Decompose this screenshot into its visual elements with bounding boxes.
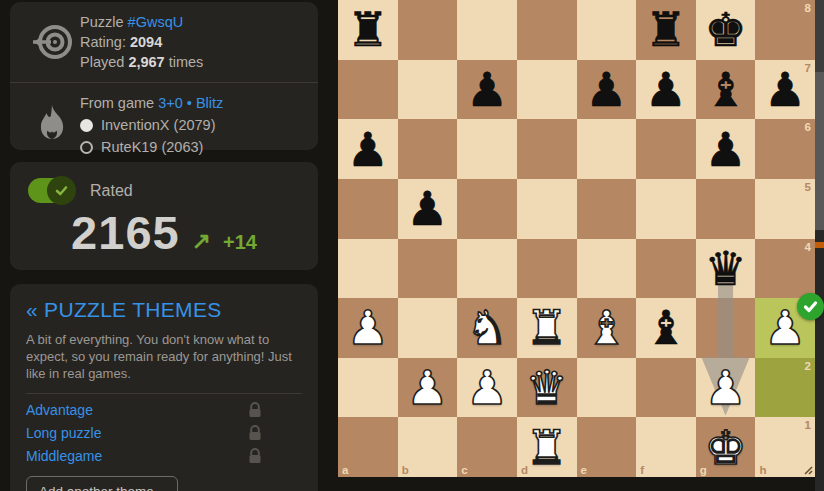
square-g6[interactable]: ♟ bbox=[696, 119, 756, 179]
square-c8[interactable] bbox=[457, 0, 517, 60]
square-c3[interactable]: ♞ bbox=[457, 298, 517, 358]
correct-move-badge bbox=[797, 293, 824, 320]
piece-white-queen[interactable]: ♛ bbox=[517, 358, 577, 418]
puzzle-id-line: Puzzle #GwsqU bbox=[80, 12, 304, 32]
black-player-name: RuteK19 (2063) bbox=[101, 137, 203, 157]
coord-file-h: h bbox=[759, 464, 766, 476]
rating-value: 2094 bbox=[130, 34, 162, 50]
coord-rank-4: 4 bbox=[805, 241, 811, 253]
puzzle-themes-heading[interactable]: « PUZZLE THEMES bbox=[26, 298, 302, 322]
piece-white-pawn[interactable]: ♟ bbox=[696, 358, 756, 418]
square-h5[interactable]: 5 bbox=[755, 179, 815, 239]
rating-label: Rating: bbox=[80, 34, 126, 50]
coord-file-f: f bbox=[640, 464, 644, 476]
target-icon bbox=[24, 21, 80, 63]
square-d6[interactable] bbox=[517, 119, 577, 179]
coord-rank-7: 7 bbox=[805, 62, 811, 74]
piece-white-pawn[interactable]: ♟ bbox=[338, 298, 398, 358]
piece-black-pawn[interactable]: ♟ bbox=[398, 179, 458, 239]
scrollbar-thumb[interactable] bbox=[815, 72, 824, 230]
coord-rank-2: 2 bbox=[805, 360, 811, 372]
puzzle-themes-panel: « PUZZLE THEMES A bit of everything. You… bbox=[10, 284, 318, 491]
square-b7[interactable] bbox=[398, 60, 458, 120]
piece-white-pawn[interactable]: ♟ bbox=[398, 358, 458, 418]
square-d4[interactable] bbox=[517, 239, 577, 299]
square-e4[interactable] bbox=[577, 239, 637, 299]
square-g4[interactable]: ♛ bbox=[696, 239, 756, 299]
square-b3[interactable] bbox=[398, 298, 458, 358]
square-f6[interactable] bbox=[636, 119, 696, 179]
piece-white-rook[interactable]: ♜ bbox=[517, 298, 577, 358]
square-b4[interactable] bbox=[398, 239, 458, 299]
square-a3[interactable]: ♟ bbox=[338, 298, 398, 358]
square-e8[interactable] bbox=[577, 0, 637, 60]
square-a1[interactable]: a bbox=[338, 417, 398, 477]
rated-label: Rated bbox=[90, 182, 133, 200]
coord-file-c: c bbox=[461, 464, 467, 476]
coord-rank-5: 5 bbox=[805, 181, 811, 193]
piece-black-rook[interactable]: ♜ bbox=[636, 0, 696, 60]
square-d3[interactable]: ♜ bbox=[517, 298, 577, 358]
square-b2[interactable]: ♟ bbox=[398, 358, 458, 418]
square-c1[interactable]: c bbox=[457, 417, 517, 477]
scrollbar-track-upper bbox=[815, 0, 824, 72]
played-count: 2,967 bbox=[128, 54, 164, 70]
puzzle-meta-row: Puzzle #GwsqU Rating: 2094 Played 2,967 … bbox=[10, 2, 318, 82]
puzzle-label: Puzzle bbox=[80, 14, 124, 30]
square-b8[interactable] bbox=[398, 0, 458, 60]
square-f2[interactable] bbox=[636, 358, 696, 418]
square-g8[interactable]: ♚ bbox=[696, 0, 756, 60]
square-f7[interactable]: ♟ bbox=[636, 60, 696, 120]
square-c4[interactable] bbox=[457, 239, 517, 299]
square-c5[interactable] bbox=[457, 179, 517, 239]
square-g1[interactable]: g♚ bbox=[696, 417, 756, 477]
white-player-name: InventionX (2079) bbox=[101, 115, 215, 135]
user-puzzle-rating: 2165 bbox=[71, 205, 180, 260]
square-g2[interactable]: ♟ bbox=[696, 358, 756, 418]
piece-black-pawn[interactable]: ♟ bbox=[457, 60, 517, 120]
square-c2[interactable]: ♟ bbox=[457, 358, 517, 418]
lock-icon bbox=[248, 402, 262, 418]
rated-panel: Rated 2165 ↗ +14 bbox=[10, 162, 318, 270]
square-d1[interactable]: d♜ bbox=[517, 417, 577, 477]
coord-rank-1: 1 bbox=[805, 419, 811, 431]
square-f4[interactable] bbox=[636, 239, 696, 299]
square-h8[interactable]: 8 bbox=[755, 0, 815, 60]
square-h6[interactable]: 6 bbox=[755, 119, 815, 179]
from-game-label: From game bbox=[80, 95, 154, 111]
square-d7[interactable] bbox=[517, 60, 577, 120]
page-scrollbar bbox=[815, 0, 824, 491]
scrollbar-marker bbox=[815, 242, 824, 248]
square-e7[interactable]: ♟ bbox=[577, 60, 637, 120]
square-a6[interactable]: ♟ bbox=[338, 119, 398, 179]
player-black-row[interactable]: RuteK19 (2063) bbox=[80, 137, 304, 157]
square-f5[interactable] bbox=[636, 179, 696, 239]
add-theme-label: Add another theme bbox=[39, 484, 154, 491]
square-a5[interactable] bbox=[338, 179, 398, 239]
from-game-link[interactable]: 3+0 • Blitz bbox=[158, 95, 223, 111]
theme-link[interactable]: Middlegame bbox=[26, 448, 102, 464]
piece-white-bishop[interactable]: ♝ bbox=[577, 298, 637, 358]
theme-link[interactable]: Long puzzle bbox=[26, 425, 102, 441]
square-g5[interactable] bbox=[696, 179, 756, 239]
square-f1[interactable]: f bbox=[636, 417, 696, 477]
square-f3[interactable]: ♝ bbox=[636, 298, 696, 358]
theme-row-long-puzzle: Long puzzle bbox=[26, 421, 262, 444]
theme-row-advantage: Advantage bbox=[26, 398, 262, 421]
lock-icon bbox=[248, 425, 262, 441]
square-d5[interactable] bbox=[517, 179, 577, 239]
white-player-dot-icon bbox=[80, 119, 93, 132]
add-theme-select[interactable]: Add another theme ⌄ bbox=[26, 476, 178, 491]
themes-separator bbox=[26, 393, 302, 394]
square-c7[interactable]: ♟ bbox=[457, 60, 517, 120]
coord-file-d: d bbox=[521, 464, 528, 476]
rating-up-icon: ↗ bbox=[192, 228, 211, 255]
piece-black-pawn[interactable]: ♟ bbox=[577, 60, 637, 120]
square-b1[interactable]: b bbox=[398, 417, 458, 477]
rated-toggle[interactable] bbox=[28, 178, 74, 203]
piece-white-knight[interactable]: ♞ bbox=[457, 298, 517, 358]
from-game-row: From game 3+0 • Blitz InventionX (2079) … bbox=[10, 82, 318, 167]
puzzle-played-line: Played 2,967 times bbox=[80, 52, 304, 72]
square-c6[interactable] bbox=[457, 119, 517, 179]
square-h7[interactable]: 7♟ bbox=[755, 60, 815, 120]
piece-black-pawn[interactable]: ♟ bbox=[636, 60, 696, 120]
piece-black-queen[interactable]: ♛ bbox=[696, 239, 756, 299]
played-suffix: times bbox=[169, 54, 204, 70]
puzzle-themes-description: A bit of everything. You don't know what… bbox=[26, 331, 302, 382]
square-b6[interactable] bbox=[398, 119, 458, 179]
square-b5[interactable]: ♟ bbox=[398, 179, 458, 239]
piece-black-bishop[interactable]: ♝ bbox=[696, 60, 756, 120]
puzzle-id-link[interactable]: #GwsqU bbox=[128, 14, 184, 30]
played-label: Played bbox=[80, 54, 124, 70]
square-e6[interactable] bbox=[577, 119, 637, 179]
piece-black-pawn[interactable]: ♟ bbox=[338, 119, 398, 179]
coord-file-g: g bbox=[700, 464, 707, 476]
square-h2[interactable]: 2 bbox=[755, 358, 815, 418]
square-g3[interactable] bbox=[696, 298, 756, 358]
coord-rank-8: 8 bbox=[805, 2, 811, 14]
coord-file-a: a bbox=[342, 464, 348, 476]
flame-icon bbox=[24, 103, 80, 147]
piece-black-pawn[interactable]: ♟ bbox=[696, 119, 756, 179]
coord-rank-6: 6 bbox=[805, 121, 811, 133]
puzzle-rating-line: Rating: 2094 bbox=[80, 32, 304, 52]
piece-black-bishop[interactable]: ♝ bbox=[636, 298, 696, 358]
square-e5[interactable] bbox=[577, 179, 637, 239]
puzzle-info-panel: Puzzle #GwsqU Rating: 2094 Played 2,967 … bbox=[10, 2, 318, 150]
chevron-down-icon: ⌄ bbox=[155, 484, 165, 491]
piece-white-pawn[interactable]: ♟ bbox=[457, 358, 517, 418]
chess-board[interactable]: ♜♜♚8♟♟♟♝7♟♟♟6♟5♛4♟♞♜♝♝3♟♟♟♛♟2abcd♜efg♚1h bbox=[338, 0, 815, 477]
lock-icon bbox=[248, 448, 262, 464]
square-a4[interactable] bbox=[338, 239, 398, 299]
square-g7[interactable]: ♝ bbox=[696, 60, 756, 120]
rating-delta: +14 bbox=[223, 231, 257, 254]
square-h4[interactable]: 4 bbox=[755, 239, 815, 299]
square-e1[interactable]: e bbox=[577, 417, 637, 477]
resize-handle-icon[interactable] bbox=[802, 464, 813, 475]
toggle-check-icon bbox=[47, 176, 76, 205]
coord-file-e: e bbox=[581, 464, 587, 476]
piece-black-rook[interactable]: ♜ bbox=[338, 0, 398, 60]
square-d8[interactable] bbox=[517, 0, 577, 60]
square-a2[interactable] bbox=[338, 358, 398, 418]
square-e2[interactable] bbox=[577, 358, 637, 418]
coord-file-b: b bbox=[402, 464, 409, 476]
square-a8[interactable]: ♜ bbox=[338, 0, 398, 60]
square-a7[interactable] bbox=[338, 60, 398, 120]
theme-link[interactable]: Advantage bbox=[26, 402, 93, 418]
square-d2[interactable]: ♛ bbox=[517, 358, 577, 418]
from-game-line: From game 3+0 • Blitz bbox=[80, 93, 304, 113]
black-player-dot-icon bbox=[80, 141, 93, 154]
theme-row-middlegame: Middlegame bbox=[26, 444, 262, 467]
square-e3[interactable]: ♝ bbox=[577, 298, 637, 358]
player-white-row[interactable]: InventionX (2079) bbox=[80, 115, 304, 135]
piece-black-king[interactable]: ♚ bbox=[696, 0, 756, 60]
square-f8[interactable]: ♜ bbox=[636, 0, 696, 60]
